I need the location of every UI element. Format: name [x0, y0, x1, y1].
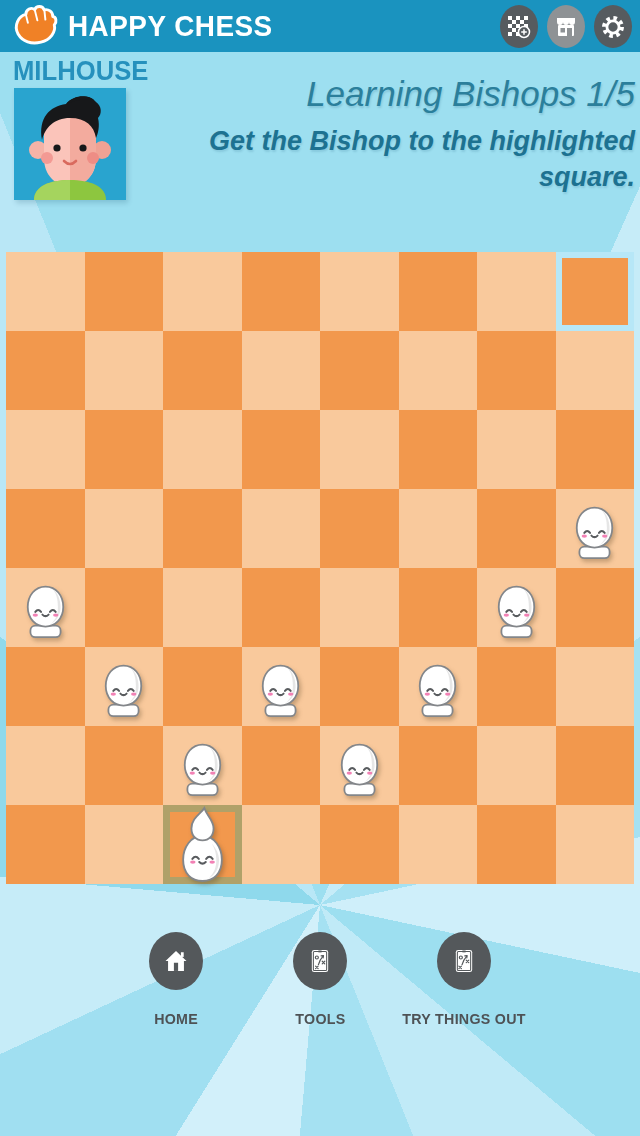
- square-f5[interactable]: [399, 489, 478, 568]
- square-f4[interactable]: [399, 568, 478, 647]
- square-e2[interactable]: [320, 726, 399, 805]
- square-h7[interactable]: [556, 331, 635, 410]
- square-a2[interactable]: [6, 726, 85, 805]
- square-d1[interactable]: [242, 805, 321, 884]
- square-d7[interactable]: [242, 331, 321, 410]
- app-header: HAPPY CHESS: [0, 0, 640, 52]
- happy-chess-screen: HAPPY CHESS: [0, 0, 640, 1136]
- new-game-icon: [507, 15, 531, 39]
- square-g3[interactable]: [477, 647, 556, 726]
- square-e4[interactable]: [320, 568, 399, 647]
- square-g8[interactable]: [477, 252, 556, 331]
- settings-button[interactable]: [594, 5, 632, 48]
- square-c3[interactable]: [163, 647, 242, 726]
- nav-item-home[interactable]: HOME: [104, 932, 248, 1027]
- home-icon: [162, 947, 190, 975]
- square-b2[interactable]: [85, 726, 164, 805]
- square-a8[interactable]: [6, 252, 85, 331]
- white-pawn[interactable]: [409, 655, 466, 718]
- square-a6[interactable]: [6, 410, 85, 489]
- nav-label-try-things-out: TRY THINGS OUT: [402, 1010, 526, 1027]
- shop-button[interactable]: [547, 5, 585, 48]
- square-f6[interactable]: [399, 410, 478, 489]
- tactics-board-icon: [450, 947, 478, 975]
- square-e6[interactable]: [320, 410, 399, 489]
- square-g1[interactable]: [477, 805, 556, 884]
- square-c6[interactable]: [163, 410, 242, 489]
- app-title: HAPPY CHESS: [68, 9, 273, 43]
- square-h5[interactable]: [556, 489, 635, 568]
- square-c4[interactable]: [163, 568, 242, 647]
- tactics-board-icon: [306, 947, 334, 975]
- square-g4[interactable]: [477, 568, 556, 647]
- square-d5[interactable]: [242, 489, 321, 568]
- square-e1[interactable]: [320, 805, 399, 884]
- white-pawn[interactable]: [566, 497, 623, 560]
- settings-icon: [600, 14, 626, 40]
- new-game-button[interactable]: [500, 5, 538, 48]
- square-d8[interactable]: [242, 252, 321, 331]
- square-b5[interactable]: [85, 489, 164, 568]
- bottom-nav: HOME TOOLS: [104, 932, 536, 1027]
- target-square-highlight[interactable]: [562, 258, 629, 325]
- square-c8[interactable]: [163, 252, 242, 331]
- lesson-instruction: Get the Bishop to the highlighted square…: [155, 124, 635, 195]
- square-b7[interactable]: [85, 331, 164, 410]
- square-b6[interactable]: [85, 410, 164, 489]
- square-a7[interactable]: [6, 331, 85, 410]
- square-f1[interactable]: [399, 805, 478, 884]
- square-a3[interactable]: [6, 647, 85, 726]
- nav-label-tools: TOOLS: [295, 1010, 345, 1027]
- hand-logo-icon: [10, 4, 60, 48]
- white-pawn[interactable]: [17, 576, 74, 639]
- square-g7[interactable]: [477, 331, 556, 410]
- square-a1[interactable]: [6, 805, 85, 884]
- square-c5[interactable]: [163, 489, 242, 568]
- square-g2[interactable]: [477, 726, 556, 805]
- square-a4[interactable]: [6, 568, 85, 647]
- white-pawn[interactable]: [488, 576, 545, 639]
- square-d2[interactable]: [242, 726, 321, 805]
- square-h6[interactable]: [556, 410, 635, 489]
- player-avatar[interactable]: [14, 88, 126, 200]
- square-b8[interactable]: [85, 252, 164, 331]
- square-b1[interactable]: [85, 805, 164, 884]
- square-g6[interactable]: [477, 410, 556, 489]
- square-h3[interactable]: [556, 647, 635, 726]
- square-e3[interactable]: [320, 647, 399, 726]
- nav-label-home: HOME: [154, 1010, 198, 1027]
- square-g5[interactable]: [477, 489, 556, 568]
- shop-icon: [554, 15, 578, 39]
- square-h1[interactable]: [556, 805, 635, 884]
- lesson-title: Learning Bishops 1/5: [155, 74, 635, 114]
- nav-item-tools[interactable]: TOOLS: [248, 932, 392, 1027]
- square-h4[interactable]: [556, 568, 635, 647]
- white-bishop[interactable]: [173, 806, 232, 884]
- square-f2[interactable]: [399, 726, 478, 805]
- square-d3[interactable]: [242, 647, 321, 726]
- player-name: MILHOUSE: [13, 56, 148, 87]
- square-f3[interactable]: [399, 647, 478, 726]
- square-c2[interactable]: [163, 726, 242, 805]
- square-a5[interactable]: [6, 489, 85, 568]
- square-f7[interactable]: [399, 331, 478, 410]
- nav-item-try-things-out[interactable]: TRY THINGS OUT: [392, 932, 536, 1027]
- white-pawn[interactable]: [174, 734, 231, 797]
- square-d4[interactable]: [242, 568, 321, 647]
- white-pawn[interactable]: [95, 655, 152, 718]
- square-b4[interactable]: [85, 568, 164, 647]
- white-pawn[interactable]: [252, 655, 309, 718]
- square-e8[interactable]: [320, 252, 399, 331]
- square-e5[interactable]: [320, 489, 399, 568]
- square-d6[interactable]: [242, 410, 321, 489]
- square-c7[interactable]: [163, 331, 242, 410]
- white-pawn[interactable]: [331, 734, 388, 797]
- square-h8[interactable]: [556, 252, 635, 331]
- square-c1[interactable]: [163, 805, 242, 884]
- square-f8[interactable]: [399, 252, 478, 331]
- square-h2[interactable]: [556, 726, 635, 805]
- square-e7[interactable]: [320, 331, 399, 410]
- chess-board: [6, 252, 634, 884]
- square-b3[interactable]: [85, 647, 164, 726]
